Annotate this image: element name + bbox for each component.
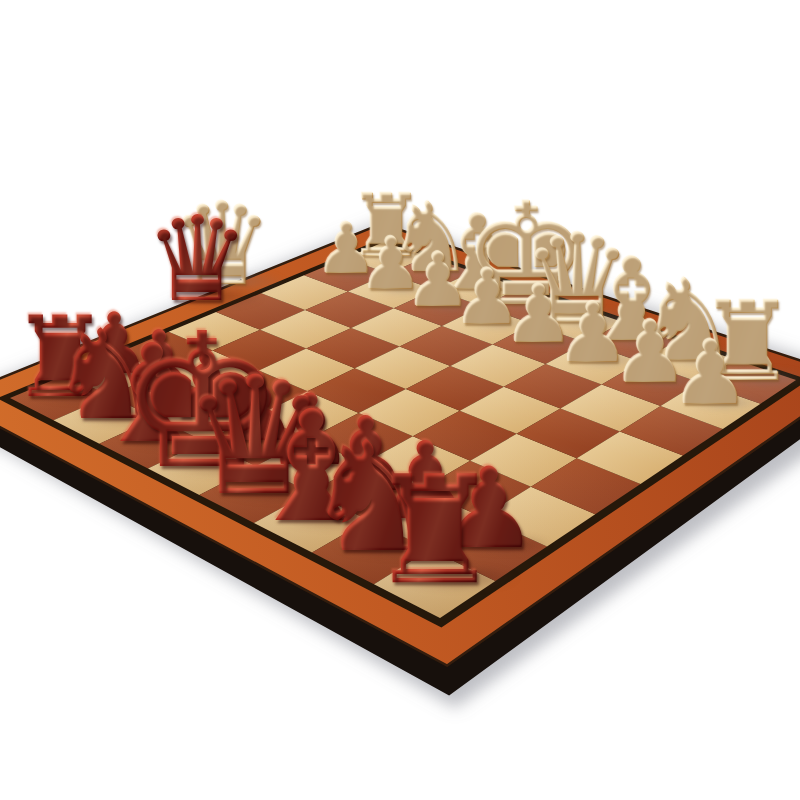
piece-white-pawn-a2[interactable]: ♟ — [670, 329, 751, 419]
pieces-layer: ♜♞♟♛♝♟♛♚♟♛♟♝♟♞♟♟♜♟♟♜♟♟♞♟♝♟♚♟♛♟♝♟♞♜ — [0, 0, 800, 800]
chess-set-product-photo: ♜♞♟♛♝♟♛♚♟♛♟♝♟♞♟♟♜♟♟♜♟♟♞♟♝♟♚♟♛♟♝♟♞♜ — [0, 0, 800, 800]
piece-black-rook-a8[interactable]: ♜ — [368, 456, 502, 605]
